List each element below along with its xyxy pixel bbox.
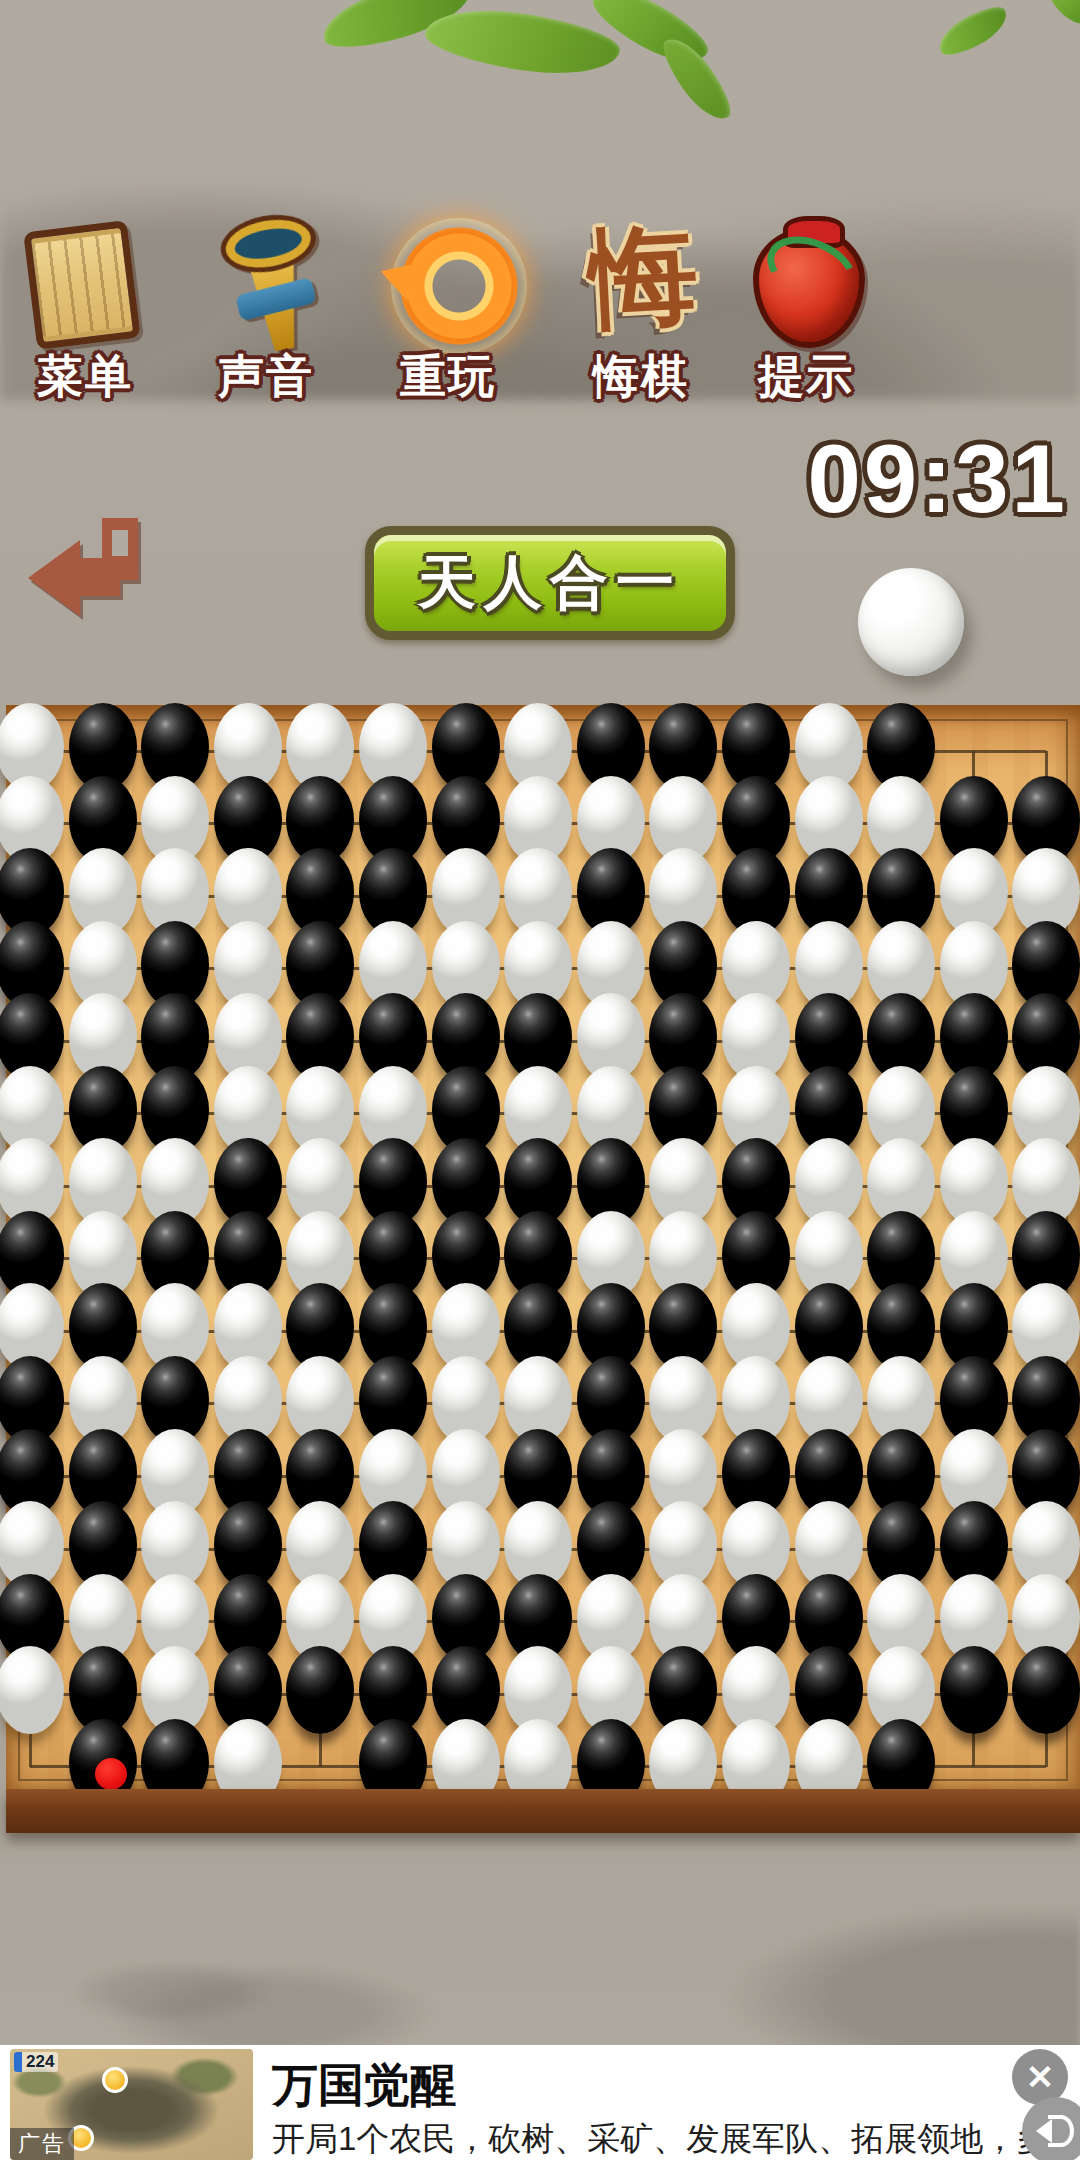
mode-button-label: 天人合一 bbox=[418, 544, 682, 622]
game-screen: 菜单 声音 重玩 悔 悔棋 提示 09:31 天人合一 bbox=[0, 0, 1080, 2160]
last-move-marker bbox=[95, 1758, 127, 1790]
horn-icon bbox=[210, 211, 342, 363]
hui-character-icon: 悔 bbox=[580, 209, 707, 355]
turn-indicator-white-stone bbox=[858, 568, 964, 676]
board-bottom-trim bbox=[6, 1789, 1080, 1833]
mode-button[interactable]: 天人合一 bbox=[365, 526, 735, 640]
replay-button[interactable]: 重玩 bbox=[363, 218, 533, 408]
money-bag-icon bbox=[753, 228, 865, 348]
bamboo-leaf-icon bbox=[1044, 0, 1080, 32]
ad-map-pin-icon bbox=[102, 2067, 128, 2093]
replay-label: 重玩 bbox=[363, 346, 533, 408]
ad-banner[interactable]: 224 广告 万国觉醒 开局1个农民，砍树、采矿、发展军队、拓展领地，多久一统万… bbox=[0, 2045, 1080, 2160]
back-button[interactable] bbox=[28, 518, 148, 636]
hint-button[interactable]: 提示 bbox=[721, 218, 891, 408]
ad-thumbnail[interactable]: 224 广告 bbox=[10, 2049, 253, 2160]
ad-subtitle: 开局1个农民，砍树、采矿、发展军队、拓展领地，多久一统万国？ bbox=[272, 2117, 1080, 2160]
black-stone bbox=[1012, 1646, 1080, 1734]
sound-button[interactable]: 声音 bbox=[181, 218, 351, 408]
ad-thumb-badge: 224 bbox=[14, 2052, 58, 2072]
game-timer: 09:31 bbox=[807, 424, 1068, 534]
black-stone bbox=[940, 1646, 1008, 1734]
ad-tag: 广告 bbox=[10, 2128, 74, 2160]
scroll-icon bbox=[23, 220, 141, 350]
ad-volume-icon[interactable] bbox=[1022, 2097, 1080, 2160]
undo-label: 悔棋 bbox=[556, 346, 726, 408]
menu-button[interactable]: 菜单 bbox=[0, 218, 170, 408]
sound-label: 声音 bbox=[181, 346, 351, 408]
ink-landscape-watermark bbox=[0, 1890, 1080, 2055]
ad-title: 万国觉醒 bbox=[272, 2055, 456, 2117]
undo-button[interactable]: 悔 悔棋 bbox=[556, 218, 726, 408]
bamboo-leaf-icon bbox=[932, 0, 1013, 62]
board[interactable] bbox=[6, 705, 1080, 1840]
hint-label: 提示 bbox=[721, 346, 891, 408]
menu-label: 菜单 bbox=[0, 346, 170, 408]
